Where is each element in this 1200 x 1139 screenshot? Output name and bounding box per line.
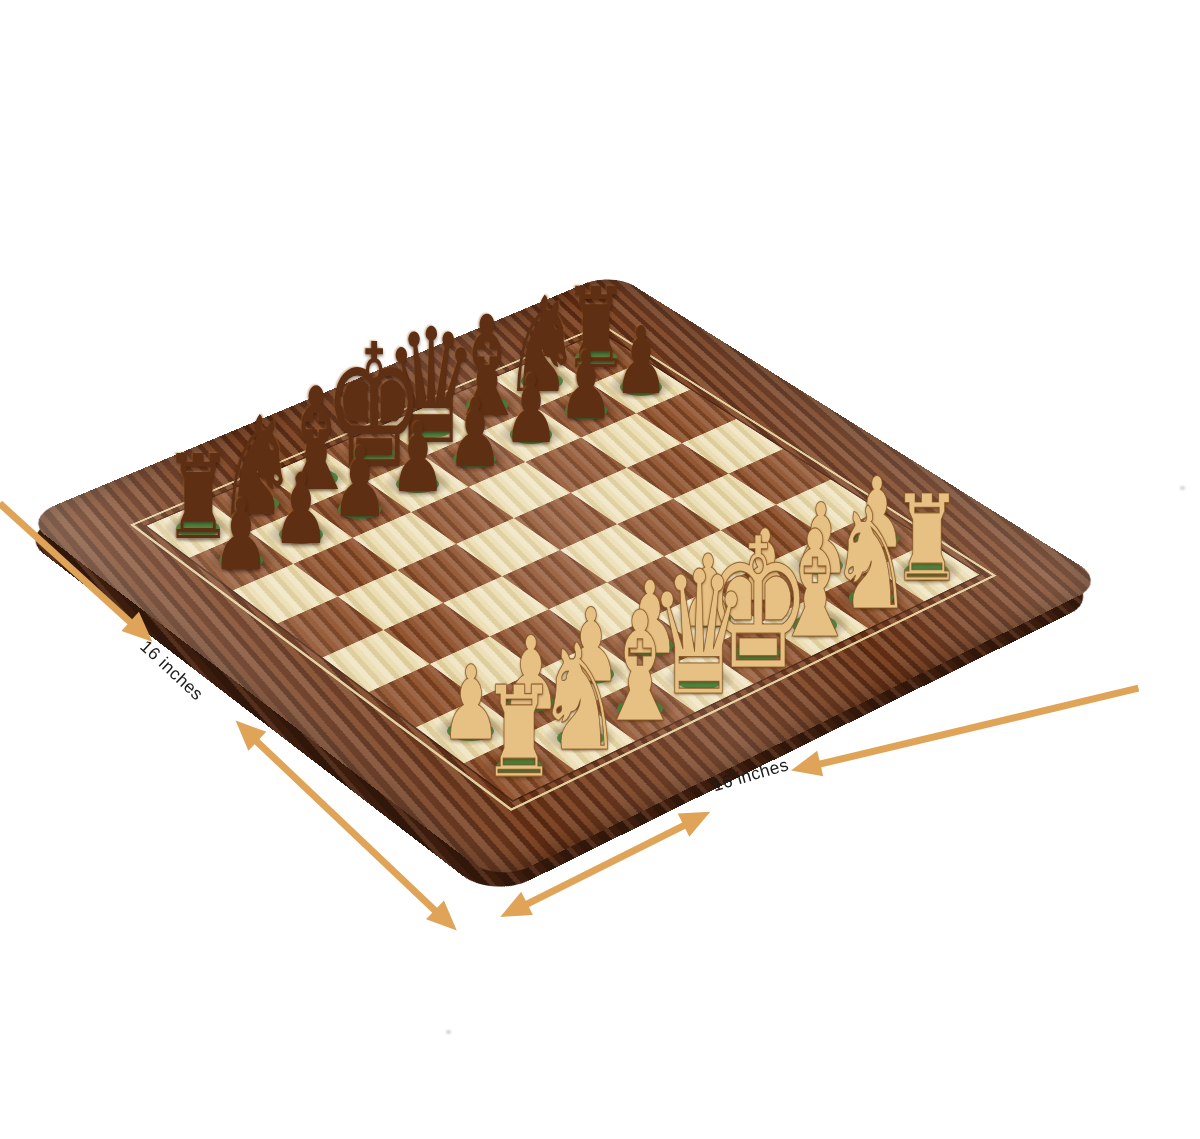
arrowhead-icon (678, 800, 716, 837)
dust-speck (446, 1030, 451, 1034)
board-squares (147, 332, 980, 800)
product-photo-stage: ♜♞♝♚♛♝♞♜♟♟♟♟♟♟♟♟♟♟♟♟♟♟♟♟♜♞♝♛♚♝♞♜ 16 inch… (0, 0, 1200, 1139)
chessboard (24, 272, 1107, 883)
arrowhead-icon (494, 892, 532, 929)
arrowhead-icon (788, 751, 823, 783)
dust-speck (1180, 486, 1185, 490)
